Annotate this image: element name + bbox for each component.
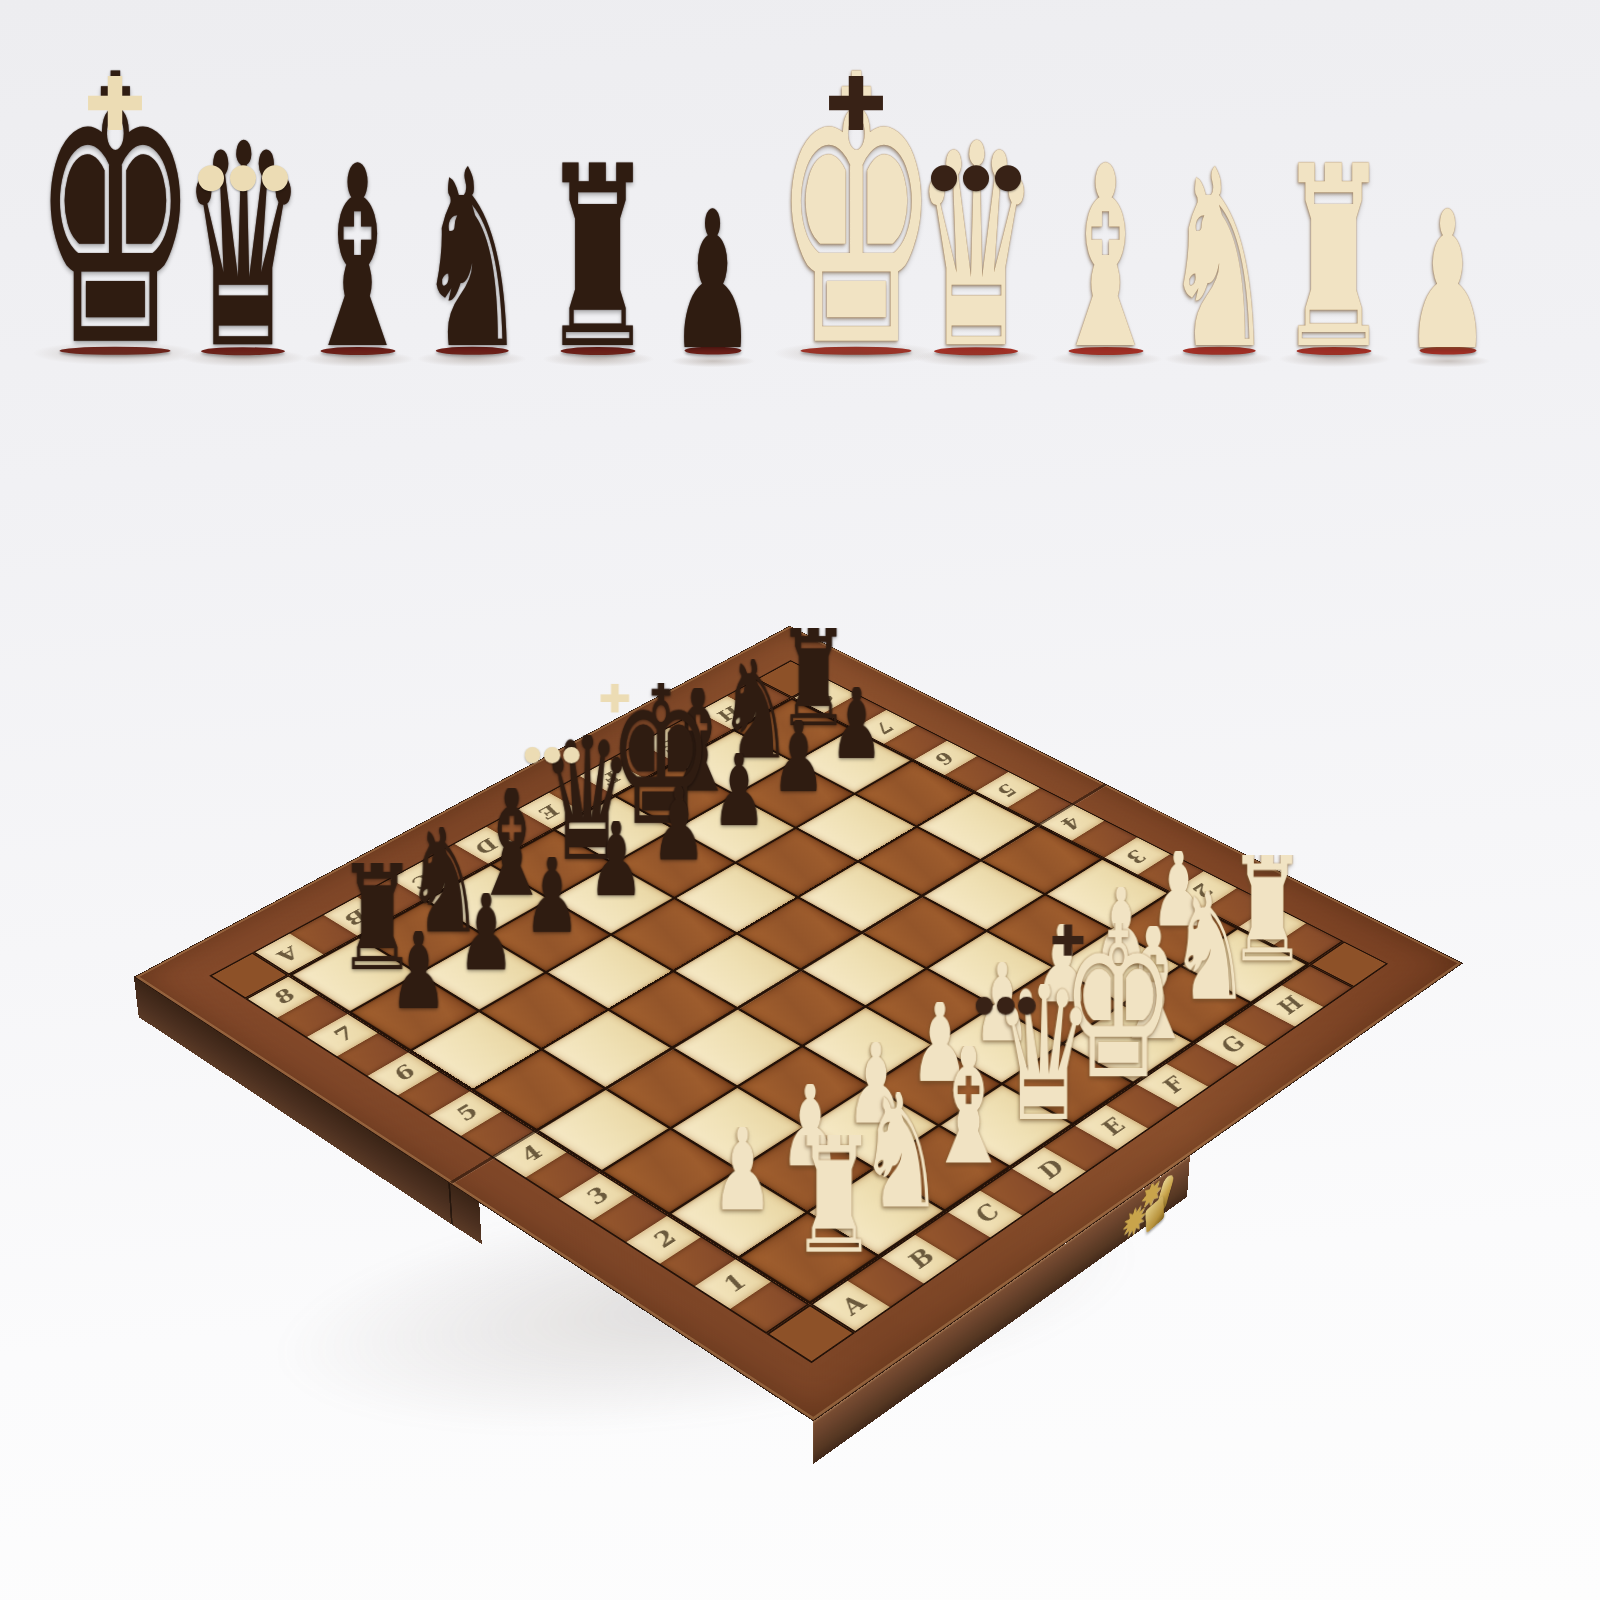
fold-seam-side <box>448 1182 453 1225</box>
lineup-light-pawn: ♟ <box>1401 210 1496 362</box>
queen-ball-accent <box>931 165 958 192</box>
coordinate-label: 2 <box>644 1227 682 1252</box>
coordinate-label: 5 <box>991 781 1024 799</box>
coordinate-label: A <box>271 943 307 964</box>
piece-shadow <box>1143 348 1295 370</box>
piece-glyph: ♟ <box>772 720 826 795</box>
piece-glyph: ♟ <box>588 821 644 899</box>
dark-rook-glyph: ♜ <box>542 164 654 354</box>
coordinate-label: 4 <box>511 1143 548 1166</box>
light-pawn-glyph: ♟ <box>1405 210 1490 354</box>
red-felt-base <box>321 347 396 355</box>
coordinate-label: 1 <box>714 1271 753 1296</box>
light-queen-glyph: ♛ <box>913 141 1039 354</box>
piece-shadow <box>741 337 970 370</box>
lineup-dark-king: ♚✚ <box>23 73 208 362</box>
piece-shadow <box>889 345 1063 370</box>
red-felt-base <box>1182 347 1256 355</box>
queen-ball-accent <box>230 165 257 192</box>
piece-glyph: ♟ <box>830 687 883 761</box>
red-felt-base <box>685 347 742 355</box>
dark-queen-glyph: ♛ <box>180 141 306 354</box>
coordinate-label: 5 <box>447 1102 484 1125</box>
dark-pawn-glyph: ♟ <box>670 210 755 354</box>
light-knight-glyph: ♞ <box>1164 168 1274 354</box>
light-king-glyph: ♚ <box>773 73 939 354</box>
lineup-dark-queen: ♛ <box>173 141 313 362</box>
red-felt-base <box>561 347 636 355</box>
red-felt-base <box>1297 347 1372 355</box>
coordinate-label: G <box>1211 1033 1251 1057</box>
piece-shadow <box>281 348 436 371</box>
light-rook-glyph: ♜ <box>1278 164 1390 354</box>
piece-shadow <box>521 348 676 371</box>
piece-shadow <box>396 348 548 370</box>
coordinate-label: 4 <box>1055 813 1089 832</box>
lineup-light-king: ♚✚ <box>764 73 949 362</box>
red-felt-base <box>435 347 509 355</box>
coordinate-label: D <box>1028 1157 1069 1183</box>
coordinate-label: E <box>1092 1115 1131 1139</box>
red-felt-base <box>934 347 1018 355</box>
piece-shadow <box>1389 353 1507 370</box>
lineup-light-bishop: ♝ <box>1044 164 1169 362</box>
piece-shadow <box>1257 348 1412 371</box>
lineup-light-knight: ♞ <box>1158 168 1281 362</box>
piece-shadow <box>0 337 229 370</box>
coordinate-label: 6 <box>929 749 962 767</box>
piece-white-rook-a1[interactable]: ♜ <box>761 1135 856 1257</box>
queen-ball-accent <box>262 165 289 192</box>
queen-ball-accent <box>995 165 1022 192</box>
dark-knight-glyph: ♞ <box>417 168 527 354</box>
coordinate-label: 7 <box>324 1024 359 1046</box>
piece-glyph: ♜ <box>790 1135 877 1257</box>
piece-glyph: ♟ <box>390 931 448 1012</box>
queen-ball-accent <box>963 165 990 192</box>
coordinate-label: H <box>1268 994 1309 1018</box>
dark-king-glyph: ♚ <box>32 73 198 354</box>
coordinate-label: C <box>965 1201 1006 1227</box>
piece-glyph: ♟ <box>457 893 514 973</box>
lineup-light-queen: ♛ <box>906 141 1046 362</box>
red-felt-base <box>1069 347 1144 355</box>
piece-glyph: ♟ <box>651 786 706 863</box>
lineup-dark-knight: ♞ <box>411 168 534 362</box>
king-cross-accent: ✚ <box>84 67 146 141</box>
coordinate-label: 3 <box>577 1185 615 1209</box>
piece-black-pawn-a7[interactable]: ♟ <box>370 931 458 1012</box>
piece-shadow <box>156 345 330 370</box>
coordinate-label: 8 <box>265 987 300 1008</box>
dark-bishop-glyph: ♝ <box>302 164 414 354</box>
queen-ball-accent <box>198 165 225 192</box>
coordinate-label: 6 <box>385 1063 421 1085</box>
piece-glyph: ♟ <box>712 753 766 829</box>
lineup-dark-bishop: ♝ <box>296 164 421 362</box>
coordinate-label: A <box>831 1292 872 1319</box>
red-felt-base <box>1420 347 1477 355</box>
coordinate-label: B <box>898 1246 940 1273</box>
red-felt-base <box>201 347 285 355</box>
lineup-light-rook: ♜ <box>1272 164 1397 362</box>
piece-shadow <box>654 353 772 370</box>
light-bishop-glyph: ♝ <box>1050 164 1162 354</box>
king-cross-accent: ✚ <box>825 67 887 141</box>
piece-glyph: ♟ <box>524 857 580 936</box>
lineup-dark-rook: ♜ <box>536 164 661 362</box>
red-felt-base <box>801 347 912 355</box>
lineup-dark-pawn: ♟ <box>666 210 761 362</box>
product-photo-stage: ♚✚♛♝♞♜♟ ♚✚♛♝♞♜♟ ABCDEFGH ABCDEFGH 876543… <box>0 0 1600 1600</box>
piece-shadow <box>1029 348 1184 371</box>
red-felt-base <box>60 347 171 355</box>
